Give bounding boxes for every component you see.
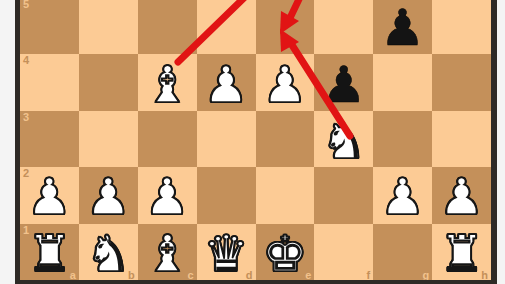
board-frame-left xyxy=(15,0,20,284)
square-a1[interactable]: 1a♜ xyxy=(20,224,79,280)
square-e4[interactable]: ♟ xyxy=(256,54,315,110)
square-e1[interactable]: e♚ xyxy=(256,224,315,280)
square-h4[interactable] xyxy=(432,54,491,110)
square-f4[interactable]: ♟ xyxy=(314,54,373,110)
square-h5[interactable] xyxy=(432,0,491,54)
square-g1[interactable]: g xyxy=(373,224,432,280)
white-pawn-c2: ♟ xyxy=(138,169,197,225)
black-pawn-f4: ♟ xyxy=(314,56,373,112)
square-b3[interactable] xyxy=(79,111,138,167)
rank-label-1: 1 xyxy=(23,225,29,236)
square-a3[interactable]: 3 xyxy=(20,111,79,167)
square-e2[interactable] xyxy=(256,167,315,223)
square-d5[interactable] xyxy=(197,0,256,54)
white-pawn-b2: ♟ xyxy=(79,169,138,225)
square-g4[interactable] xyxy=(373,54,432,110)
square-c2[interactable]: ♟ xyxy=(138,167,197,223)
square-b4[interactable] xyxy=(79,54,138,110)
square-f3[interactable]: ♞ xyxy=(314,111,373,167)
square-a5[interactable]: 5 xyxy=(20,0,79,54)
square-c3[interactable] xyxy=(138,111,197,167)
white-pawn-h2: ♟ xyxy=(432,169,491,225)
square-d1[interactable]: d♛ xyxy=(197,224,256,280)
white-pawn-e4: ♟ xyxy=(256,56,315,112)
rank-label-4: 4 xyxy=(23,55,29,66)
square-d3[interactable] xyxy=(197,111,256,167)
square-h2[interactable]: ♟ xyxy=(432,167,491,223)
square-e5[interactable] xyxy=(256,0,315,54)
square-b2[interactable]: ♟ xyxy=(79,167,138,223)
white-bishop-c4: ♝ xyxy=(138,56,197,112)
rank-label-2: 2 xyxy=(23,168,29,179)
page-margin-right xyxy=(497,0,505,284)
square-d2[interactable] xyxy=(197,167,256,223)
rank-label-5: 5 xyxy=(23,0,29,10)
square-g5[interactable]: ♟ xyxy=(373,0,432,54)
square-g3[interactable] xyxy=(373,111,432,167)
board-frame-bottom xyxy=(15,280,497,284)
square-h1[interactable]: h♜ xyxy=(432,224,491,280)
square-g2[interactable]: ♟ xyxy=(373,167,432,223)
white-pawn-d4: ♟ xyxy=(197,56,256,112)
square-e3[interactable] xyxy=(256,111,315,167)
square-b1[interactable]: b♞ xyxy=(79,224,138,280)
square-d4[interactable]: ♟ xyxy=(197,54,256,110)
white-knight-f3: ♞ xyxy=(314,113,373,169)
square-b5[interactable] xyxy=(79,0,138,54)
square-c5[interactable] xyxy=(138,0,197,54)
square-f5[interactable] xyxy=(314,0,373,54)
rank-label-3: 3 xyxy=(23,112,29,123)
square-f2[interactable] xyxy=(314,167,373,223)
square-h3[interactable] xyxy=(432,111,491,167)
square-a4[interactable]: 4 xyxy=(20,54,79,110)
chess-board: 5♟4♝♟♟♟3♞2♟♟♟♟♟1a♜b♞c♝d♛e♚fgh♜ xyxy=(20,0,491,280)
square-a2[interactable]: 2♟ xyxy=(20,167,79,223)
black-pawn-g5: ♟ xyxy=(373,0,432,56)
square-c1[interactable]: c♝ xyxy=(138,224,197,280)
chess-board-screenshot: 5♟4♝♟♟♟3♞2♟♟♟♟♟1a♜b♞c♝d♛e♚fgh♜ xyxy=(0,0,505,284)
white-pawn-g2: ♟ xyxy=(373,169,432,225)
square-f1[interactable]: f xyxy=(314,224,373,280)
page-margin-left xyxy=(0,0,15,284)
square-c4[interactable]: ♝ xyxy=(138,54,197,110)
